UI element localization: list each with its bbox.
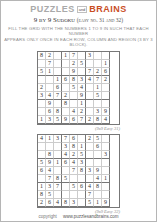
- grid2-cell-r7c1: 1: [38, 183, 46, 191]
- grid1-cell-r8c9: 9: [102, 108, 110, 116]
- footer: copyright www.puzzlesandbrains.com: [1, 214, 156, 219]
- grid2-cell-r7c9: [102, 183, 110, 191]
- grid1-cell-r3c6: [78, 68, 86, 76]
- grid2-cell-r8c8: [94, 191, 102, 199]
- grid2-cell-r8c6: [78, 191, 86, 199]
- grid2-cell-r8c2: 5: [46, 191, 54, 199]
- grid1-cell-r5c9: [102, 84, 110, 92]
- site-logo: Puzzles and Brains: [30, 4, 127, 14]
- grid1-cell-r4c6: 3: [78, 76, 86, 84]
- grid1-cell-r7c7: [86, 100, 94, 108]
- grid2-cell-r4c7: [86, 159, 94, 167]
- grid2-cell-r6c3: 8: [54, 175, 62, 183]
- grid2-cell-r4c1: 5: [38, 159, 46, 167]
- grid2-cell-r6c2: 7: [46, 175, 54, 183]
- grid2-cell-r5c4: [62, 167, 70, 175]
- grid2-cell-r6c5: [70, 175, 78, 183]
- grid2-cell-r9c8: 1: [94, 199, 102, 207]
- grid2-cell-r4c3: 1: [54, 159, 62, 167]
- grid1-cell-r6c9: [102, 92, 110, 100]
- grid1-cell-r7c6: 1: [78, 100, 86, 108]
- grid2-cell-r1c9: [102, 135, 110, 143]
- instructions-line-1: Fill the grid with the numbers 1 to 9 in…: [1, 26, 156, 37]
- grid1-cell-r1c4: 1: [62, 52, 70, 60]
- grid2-cell-r1c5: 6: [70, 135, 78, 143]
- grid2-cell-r2c4: 3: [62, 143, 70, 151]
- grid1-cell-r9c7: 2: [86, 116, 94, 124]
- grid1-cell-r6c1: 3: [38, 92, 46, 100]
- grid2-cell-r7c8: 8: [94, 183, 102, 191]
- grid1-cell-r9c3: 5: [54, 116, 62, 124]
- grid1-cell-r6c2: 4: [46, 92, 54, 100]
- grid-1-label: (9x9 Easy 31): [37, 126, 120, 131]
- grid2-cell-r5c8: 9: [94, 167, 102, 175]
- grid1-cell-r3c2: 1: [46, 68, 54, 76]
- grid1-cell-r5c7: [86, 84, 94, 92]
- grid-2-label: (9x9 Easy 32): [37, 209, 120, 214]
- grid2-cell-r9c6: [78, 199, 86, 207]
- grid2-cell-r5c6: 8: [78, 167, 86, 175]
- grid1-cell-r8c2: 6: [46, 108, 54, 116]
- footer-url: www.puzzlesandbrains.com: [63, 214, 119, 219]
- page-title: 9 by 9 Sudoku (easy no. 31 and 32): [34, 16, 123, 24]
- grid2-cell-r5c3: [54, 167, 62, 175]
- grid1-cell-r2c7: [86, 60, 94, 68]
- grid1-cell-r4c4: 6: [62, 76, 70, 84]
- grid2-cell-r2c1: [38, 143, 46, 151]
- grid1-cell-r5c1: 2: [38, 84, 46, 92]
- grid1-cell-r8c1: [38, 108, 46, 116]
- grid2-cell-r1c3: 3: [54, 135, 62, 143]
- grid1-cell-r8c5: 4: [70, 108, 78, 116]
- grid2-cell-r3c6: 5: [78, 151, 86, 159]
- grid2-cell-r6c9: 1: [102, 175, 110, 183]
- instructions-line-2: appears only once in each row, column an…: [1, 37, 156, 48]
- page-title-main: 9 by 9 Sudoku: [34, 16, 75, 24]
- grid1-cell-r3c3: [54, 68, 62, 76]
- sudoku-grid-2: 4137625381684253591643647839785411375648…: [37, 134, 120, 208]
- grid1-cell-r9c6: 7: [78, 116, 86, 124]
- grid2-cell-r9c2: 6: [46, 199, 54, 207]
- grid1-cell-r2c8: [94, 60, 102, 68]
- grid1-cell-r7c5: [70, 100, 78, 108]
- grid2-cell-r3c4: 4: [62, 151, 70, 159]
- logo-brains-text: Brains: [89, 4, 127, 14]
- grid2-cell-r2c8: 6: [94, 143, 102, 151]
- grid2-cell-r5c7: 3: [86, 167, 94, 175]
- grid2-cell-r3c9: 3: [102, 151, 110, 159]
- grid1-cell-r7c4: 8: [62, 100, 70, 108]
- grid1-cell-r9c2: 3: [46, 116, 54, 124]
- grid1-cell-r1c9: [102, 52, 110, 60]
- grid2-cell-r9c5: 3: [70, 199, 78, 207]
- grid1-cell-r1c8: [94, 52, 102, 60]
- grid2-cell-r5c2: 4: [46, 167, 54, 175]
- grid2-cell-r7c5: 5: [70, 183, 78, 191]
- logo-puzzles-text: Puzzles: [30, 4, 75, 14]
- grid2-cell-r3c3: [54, 151, 62, 159]
- grid2-cell-r4c2: 9: [46, 159, 54, 167]
- grid2-cell-r9c3: 4: [54, 199, 62, 207]
- grid2-cell-r7c6: 6: [78, 183, 86, 191]
- grid2-cell-r6c1: [38, 175, 46, 183]
- grid1-cell-r8c6: 2: [78, 108, 86, 116]
- grid1-cell-r4c1: [38, 76, 46, 84]
- grid1-cell-r8c3: 8: [54, 108, 62, 116]
- grid1-cell-r9c8: 8: [94, 116, 102, 124]
- grid2-cell-r6c7: [86, 175, 94, 183]
- grid2-cell-r2c3: [54, 143, 62, 151]
- grid1-cell-r3c5: 9: [70, 68, 78, 76]
- grid1-cell-r5c6: 4: [78, 84, 86, 92]
- grid1-cell-r4c2: [46, 76, 54, 84]
- grid2-cell-r8c5: [70, 191, 78, 199]
- grid2-cell-r1c6: [78, 135, 86, 143]
- grid2-cell-r7c2: 3: [46, 183, 54, 191]
- grid2-cell-r7c4: [62, 183, 70, 191]
- grid1-cell-r7c2: 9: [46, 100, 54, 108]
- footer-copyright: copyright: [38, 214, 56, 219]
- sudoku-grid-1: 8217372515197261683472265413472959816842…: [37, 51, 120, 125]
- grid1-cell-r7c1: [38, 100, 46, 108]
- grid1-cell-r1c6: [78, 52, 86, 60]
- grid1-cell-r4c5: 8: [70, 76, 78, 84]
- grid2-cell-r4c9: [102, 159, 110, 167]
- grid2-cell-r2c7: [86, 143, 94, 151]
- sudoku-worksheet-page: Puzzles and Brains 9 by 9 Sudoku (easy n…: [0, 0, 157, 222]
- grid1-cell-r6c4: 2: [62, 92, 70, 100]
- grid2-cell-r9c7: 5: [86, 199, 94, 207]
- grid2-cell-r7c7: 4: [86, 183, 94, 191]
- grid1-cell-r2c3: [54, 60, 62, 68]
- instructions: Fill the grid with the numbers 1 to 9 in…: [1, 26, 156, 48]
- grid1-cell-r3c7: 7: [86, 68, 94, 76]
- grid1-cell-r6c8: 5: [94, 92, 102, 100]
- grid1-cell-r4c7: 4: [86, 76, 94, 84]
- grid2-cell-r6c6: [78, 175, 86, 183]
- grid1-cell-r8c7: [86, 108, 94, 116]
- grid2-cell-r1c1: 4: [38, 135, 46, 143]
- grid1-cell-r9c1: 1: [38, 116, 46, 124]
- grid2-cell-r3c2: 8: [46, 151, 54, 159]
- grid2-cell-r1c4: 7: [62, 135, 70, 143]
- grid1-cell-r9c9: 4: [102, 116, 110, 124]
- grid1-cell-r3c8: 2: [94, 68, 102, 76]
- grid2-cell-r6c8: 4: [94, 175, 102, 183]
- puzzle-2-block: 4137625381684253591643647839785411375648…: [37, 134, 120, 214]
- grid1-cell-r4c8: 7: [94, 76, 102, 84]
- grid2-cell-r9c9: 9: [102, 199, 110, 207]
- grid2-cell-r3c7: [86, 151, 94, 159]
- logo-and-badge: and: [77, 6, 88, 13]
- grid1-cell-r2c2: 7: [46, 60, 54, 68]
- grid2-cell-r7c3: 7: [54, 183, 62, 191]
- grid1-cell-r6c7: [86, 92, 94, 100]
- grid2-cell-r2c5: 8: [70, 143, 78, 151]
- grid2-cell-r5c5: 7: [70, 167, 78, 175]
- grid2-cell-r1c7: 2: [86, 135, 94, 143]
- grid2-cell-r1c8: 5: [94, 135, 102, 143]
- grid2-cell-r8c3: [54, 191, 62, 199]
- grid1-cell-r1c5: 7: [70, 52, 78, 60]
- grid2-cell-r8c4: [62, 191, 70, 199]
- grid2-cell-r4c5: 4: [70, 159, 78, 167]
- grid2-cell-r3c5: 2: [70, 151, 78, 159]
- puzzle-1-block: 8217372515197261683472265413472959816842…: [37, 51, 120, 131]
- grid1-cell-r1c3: [54, 52, 62, 60]
- grid1-cell-r2c4: [62, 60, 70, 68]
- grid1-cell-r2c1: [38, 60, 46, 68]
- grid2-cell-r8c7: 7: [86, 191, 94, 199]
- grid1-cell-r5c2: [46, 84, 54, 92]
- grid1-cell-r3c1: 5: [38, 68, 46, 76]
- grid1-cell-r7c8: [94, 100, 102, 108]
- grid1-cell-r4c9: 2: [102, 76, 110, 84]
- grid1-cell-r5c8: 1: [94, 84, 102, 92]
- grid1-cell-r3c9: 6: [102, 68, 110, 76]
- grid1-cell-r9c4: 9: [62, 116, 70, 124]
- grid2-cell-r5c1: 6: [38, 167, 46, 175]
- grid2-cell-r6c4: 5: [62, 175, 70, 183]
- grid1-cell-r6c6: 9: [78, 92, 86, 100]
- grid2-cell-r2c9: [102, 143, 110, 151]
- grid2-cell-r1c2: 1: [46, 135, 54, 143]
- grid2-cell-r2c2: [46, 143, 54, 151]
- grid1-cell-r8c8: 3: [94, 108, 102, 116]
- grid2-cell-r9c1: 2: [38, 199, 46, 207]
- grid1-cell-r2c5: 2: [70, 60, 78, 68]
- grid1-cell-r1c7: 3: [86, 52, 94, 60]
- grid2-cell-r2c6: 1: [78, 143, 86, 151]
- page-title-sub: (easy no. 31 and 32): [77, 17, 123, 23]
- grid1-cell-r8c4: [62, 108, 70, 116]
- grid1-cell-r6c3: 7: [54, 92, 62, 100]
- grid1-cell-r9c5: 6: [70, 116, 78, 124]
- grid1-cell-r4c3: 1: [54, 76, 62, 84]
- grid2-cell-r8c1: 8: [38, 191, 46, 199]
- grid2-cell-r4c4: 6: [62, 159, 70, 167]
- grid2-cell-r9c4: 8: [62, 199, 70, 207]
- grid1-cell-r1c2: 2: [46, 52, 54, 60]
- grid1-cell-r7c3: [54, 100, 62, 108]
- grid1-cell-r6c5: [70, 92, 78, 100]
- grid1-cell-r7c9: [102, 100, 110, 108]
- grid1-cell-r1c1: 8: [38, 52, 46, 60]
- grid2-cell-r3c1: [38, 151, 46, 159]
- grid1-cell-r5c5: 5: [70, 84, 78, 92]
- grid1-cell-r2c6: 5: [78, 60, 86, 68]
- grid1-cell-r5c4: [62, 84, 70, 92]
- grid2-cell-r4c6: 3: [78, 159, 86, 167]
- grid1-cell-r2c9: 1: [102, 60, 110, 68]
- grid1-cell-r5c3: 6: [54, 84, 62, 92]
- grid1-cell-r3c4: [62, 68, 70, 76]
- grid2-cell-r5c9: [102, 167, 110, 175]
- grid2-cell-r3c8: [94, 151, 102, 159]
- grid2-cell-r8c9: [102, 191, 110, 199]
- grid2-cell-r4c8: [94, 159, 102, 167]
